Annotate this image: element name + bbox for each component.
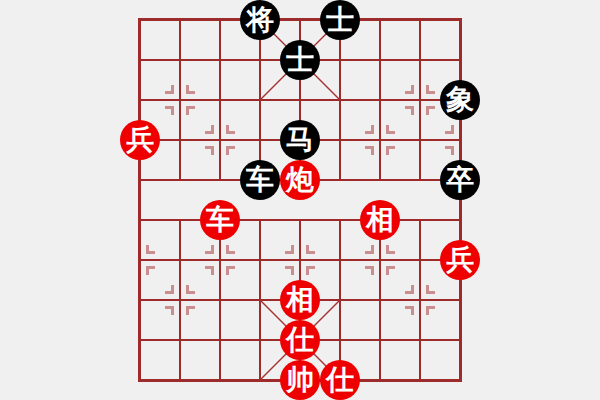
piece-red-soldier-2[interactable]: 兵 — [440, 240, 480, 280]
piece-red-elephant-1[interactable]: 相 — [360, 200, 400, 240]
piece-red-general[interactable]: 帅 — [280, 360, 320, 400]
piece-red-advisor-2[interactable]: 仕 — [320, 360, 360, 400]
piece-red-chariot[interactable]: 车 — [200, 200, 240, 240]
piece-red-cannon[interactable]: 炮 — [280, 160, 320, 200]
piece-black-soldier[interactable]: 卒 — [440, 160, 480, 200]
piece-black-advisor-1[interactable]: 士 — [320, 0, 360, 40]
piece-black-horse[interactable]: 马 — [280, 120, 320, 160]
piece-red-elephant-2[interactable]: 相 — [280, 280, 320, 320]
piece-black-general[interactable]: 将 — [240, 0, 280, 40]
piece-black-chariot[interactable]: 车 — [240, 160, 280, 200]
piece-red-soldier-1[interactable]: 兵 — [120, 120, 160, 160]
piece-red-advisor-1[interactable]: 仕 — [280, 320, 320, 360]
pieces-layer: 将士士象兵马车炮卒车相兵相仕帅仕 — [120, 0, 480, 400]
xiangqi-board: 将士士象兵马车炮卒车相兵相仕帅仕 — [120, 0, 480, 400]
piece-black-elephant[interactable]: 象 — [440, 80, 480, 120]
piece-black-advisor-2[interactable]: 士 — [280, 40, 320, 80]
xiangqi-app: 将士士象兵马车炮卒车相兵相仕帅仕 — [0, 0, 600, 400]
